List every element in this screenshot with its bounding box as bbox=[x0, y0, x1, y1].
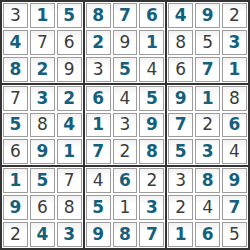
sudoku-cell-r4c2[interactable]: 3 bbox=[30, 86, 55, 111]
sudoku-cell-r3c6[interactable]: 4 bbox=[139, 57, 164, 82]
sudoku-cell-r1c9[interactable]: 2 bbox=[222, 3, 247, 28]
sudoku-cell-r7c4[interactable]: 4 bbox=[86, 168, 111, 193]
sudoku-cell-r9c8[interactable]: 6 bbox=[195, 222, 220, 247]
sudoku-cell-r2c9[interactable]: 3 bbox=[222, 30, 247, 55]
sudoku-cell-r6c8[interactable]: 3 bbox=[195, 139, 220, 164]
sudoku-cell-r9c5[interactable]: 8 bbox=[113, 222, 138, 247]
sudoku-cell-r1c5[interactable]: 7 bbox=[113, 3, 138, 28]
sudoku-box-1: 315476829 bbox=[2, 2, 83, 83]
sudoku-board: 3154768298762913544928536717325846916451… bbox=[0, 0, 250, 250]
sudoku-cell-r8c5[interactable]: 1 bbox=[113, 195, 138, 220]
sudoku-cell-r7c1[interactable]: 1 bbox=[3, 168, 28, 193]
sudoku-cell-r6c7[interactable]: 5 bbox=[168, 139, 193, 164]
sudoku-cell-r2c8[interactable]: 5 bbox=[195, 30, 220, 55]
sudoku-box-7: 157968243 bbox=[2, 167, 83, 248]
sudoku-cell-r1c4[interactable]: 8 bbox=[86, 3, 111, 28]
sudoku-cell-r6c4[interactable]: 7 bbox=[86, 139, 111, 164]
sudoku-cell-r2c6[interactable]: 1 bbox=[139, 30, 164, 55]
sudoku-cell-r7c2[interactable]: 5 bbox=[30, 168, 55, 193]
sudoku-cell-r8c3[interactable]: 8 bbox=[57, 195, 82, 220]
sudoku-cell-r8c1[interactable]: 9 bbox=[3, 195, 28, 220]
sudoku-cell-r3c3[interactable]: 9 bbox=[57, 57, 82, 82]
sudoku-box-4: 732584691 bbox=[2, 85, 83, 166]
sudoku-cell-r4c8[interactable]: 1 bbox=[195, 86, 220, 111]
sudoku-cell-r5c7[interactable]: 7 bbox=[168, 113, 193, 138]
sudoku-cell-r7c7[interactable]: 3 bbox=[168, 168, 193, 193]
sudoku-cell-r8c9[interactable]: 7 bbox=[222, 195, 247, 220]
sudoku-cell-r5c6[interactable]: 9 bbox=[139, 113, 164, 138]
sudoku-cell-r5c5[interactable]: 3 bbox=[113, 113, 138, 138]
sudoku-cell-r3c9[interactable]: 1 bbox=[222, 57, 247, 82]
sudoku-cell-r5c9[interactable]: 6 bbox=[222, 113, 247, 138]
sudoku-box-3: 492853671 bbox=[167, 2, 248, 83]
sudoku-cell-r3c5[interactable]: 5 bbox=[113, 57, 138, 82]
sudoku-box-2: 876291354 bbox=[85, 2, 166, 83]
sudoku-box-5: 645139728 bbox=[85, 85, 166, 166]
sudoku-cell-r8c6[interactable]: 3 bbox=[139, 195, 164, 220]
sudoku-cell-r3c4[interactable]: 3 bbox=[86, 57, 111, 82]
sudoku-box-8: 462513987 bbox=[85, 167, 166, 248]
sudoku-cell-r8c7[interactable]: 2 bbox=[168, 195, 193, 220]
sudoku-box-9: 389247165 bbox=[167, 167, 248, 248]
sudoku-cell-r2c4[interactable]: 2 bbox=[86, 30, 111, 55]
sudoku-cell-r2c7[interactable]: 8 bbox=[168, 30, 193, 55]
sudoku-cell-r2c3[interactable]: 6 bbox=[57, 30, 82, 55]
sudoku-cell-r3c2[interactable]: 2 bbox=[30, 57, 55, 82]
sudoku-cell-r7c6[interactable]: 2 bbox=[139, 168, 164, 193]
sudoku-cell-r9c6[interactable]: 7 bbox=[139, 222, 164, 247]
sudoku-cell-r9c3[interactable]: 3 bbox=[57, 222, 82, 247]
sudoku-cell-r8c2[interactable]: 6 bbox=[30, 195, 55, 220]
sudoku-box-6: 918726534 bbox=[167, 85, 248, 166]
sudoku-cell-r5c8[interactable]: 2 bbox=[195, 113, 220, 138]
sudoku-cell-r7c3[interactable]: 7 bbox=[57, 168, 82, 193]
sudoku-cell-r6c3[interactable]: 1 bbox=[57, 139, 82, 164]
sudoku-cell-r2c5[interactable]: 9 bbox=[113, 30, 138, 55]
sudoku-cell-r6c5[interactable]: 2 bbox=[113, 139, 138, 164]
sudoku-cell-r6c9[interactable]: 4 bbox=[222, 139, 247, 164]
sudoku-cell-r1c2[interactable]: 1 bbox=[30, 3, 55, 28]
sudoku-cell-r4c7[interactable]: 9 bbox=[168, 86, 193, 111]
sudoku-cell-r4c1[interactable]: 7 bbox=[3, 86, 28, 111]
sudoku-cell-r4c4[interactable]: 6 bbox=[86, 86, 111, 111]
sudoku-cell-r9c7[interactable]: 1 bbox=[168, 222, 193, 247]
sudoku-cell-r1c6[interactable]: 6 bbox=[139, 3, 164, 28]
sudoku-cell-r9c9[interactable]: 5 bbox=[222, 222, 247, 247]
sudoku-cell-r3c7[interactable]: 6 bbox=[168, 57, 193, 82]
sudoku-cell-r2c2[interactable]: 7 bbox=[30, 30, 55, 55]
sudoku-cell-r3c1[interactable]: 8 bbox=[3, 57, 28, 82]
sudoku-cell-r9c1[interactable]: 2 bbox=[3, 222, 28, 247]
sudoku-cell-r3c8[interactable]: 7 bbox=[195, 57, 220, 82]
sudoku-cell-r9c4[interactable]: 9 bbox=[86, 222, 111, 247]
sudoku-cell-r7c5[interactable]: 6 bbox=[113, 168, 138, 193]
sudoku-cell-r8c8[interactable]: 4 bbox=[195, 195, 220, 220]
sudoku-cell-r9c2[interactable]: 4 bbox=[30, 222, 55, 247]
sudoku-cell-r6c1[interactable]: 6 bbox=[3, 139, 28, 164]
sudoku-cell-r7c9[interactable]: 9 bbox=[222, 168, 247, 193]
sudoku-cell-r4c3[interactable]: 2 bbox=[57, 86, 82, 111]
sudoku-cell-r7c8[interactable]: 8 bbox=[195, 168, 220, 193]
sudoku-cell-r5c1[interactable]: 5 bbox=[3, 113, 28, 138]
sudoku-cell-r5c3[interactable]: 4 bbox=[57, 113, 82, 138]
sudoku-cell-r1c7[interactable]: 4 bbox=[168, 3, 193, 28]
sudoku-cell-r1c8[interactable]: 9 bbox=[195, 3, 220, 28]
sudoku-cell-r2c1[interactable]: 4 bbox=[3, 30, 28, 55]
sudoku-cell-r1c3[interactable]: 5 bbox=[57, 3, 82, 28]
sudoku-cell-r4c9[interactable]: 8 bbox=[222, 86, 247, 111]
sudoku-cell-r5c2[interactable]: 8 bbox=[30, 113, 55, 138]
sudoku-cell-r4c6[interactable]: 5 bbox=[139, 86, 164, 111]
sudoku-cell-r1c1[interactable]: 3 bbox=[3, 3, 28, 28]
sudoku-cell-r8c4[interactable]: 5 bbox=[86, 195, 111, 220]
sudoku-cell-r5c4[interactable]: 1 bbox=[86, 113, 111, 138]
sudoku-cell-r4c5[interactable]: 4 bbox=[113, 86, 138, 111]
sudoku-cell-r6c6[interactable]: 8 bbox=[139, 139, 164, 164]
sudoku-cell-r6c2[interactable]: 9 bbox=[30, 139, 55, 164]
